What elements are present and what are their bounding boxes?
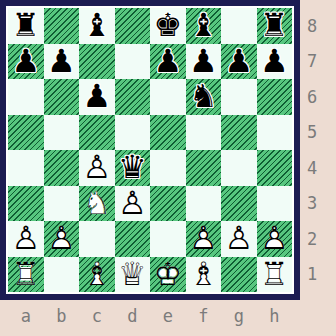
file-label-f: f bbox=[198, 306, 208, 326]
square-h5[interactable] bbox=[257, 115, 293, 151]
square-d4[interactable]: ♛ bbox=[115, 150, 151, 186]
square-e3[interactable] bbox=[150, 186, 186, 222]
square-a2[interactable]: ♟♙ bbox=[8, 221, 44, 257]
file-label-g: g bbox=[234, 306, 244, 326]
white-pawn[interactable]: ♟♙ bbox=[8, 221, 44, 257]
square-g4[interactable] bbox=[221, 150, 257, 186]
square-b3[interactable] bbox=[44, 186, 80, 222]
square-g3[interactable] bbox=[221, 186, 257, 222]
black-bishop[interactable]: ♝ bbox=[79, 8, 115, 44]
black-pawn[interactable]: ♟ bbox=[8, 44, 44, 80]
square-f2[interactable]: ♟♙ bbox=[186, 221, 222, 257]
square-c7[interactable] bbox=[79, 44, 115, 80]
square-b2[interactable]: ♟♙ bbox=[44, 221, 80, 257]
white-pawn[interactable]: ♟♙ bbox=[44, 221, 80, 257]
square-d8[interactable] bbox=[115, 8, 151, 44]
square-f7[interactable]: ♟ bbox=[186, 44, 222, 80]
square-a7[interactable]: ♟ bbox=[8, 44, 44, 80]
rank-labels: 87654321 bbox=[301, 8, 323, 292]
rank-label-3: 3 bbox=[307, 193, 317, 213]
square-c8[interactable]: ♝ bbox=[79, 8, 115, 44]
square-f1[interactable]: ♝♗ bbox=[186, 257, 222, 293]
rank-label-5: 5 bbox=[307, 122, 317, 142]
square-c6[interactable]: ♟ bbox=[79, 79, 115, 115]
black-pawn[interactable]: ♟ bbox=[44, 44, 80, 80]
square-b5[interactable] bbox=[44, 115, 80, 151]
square-f3[interactable] bbox=[186, 186, 222, 222]
file-label-a: a bbox=[21, 306, 31, 326]
file-label-c: c bbox=[92, 306, 102, 326]
square-b7[interactable]: ♟ bbox=[44, 44, 80, 80]
square-h6[interactable] bbox=[257, 79, 293, 115]
square-e6[interactable] bbox=[150, 79, 186, 115]
square-h4[interactable] bbox=[257, 150, 293, 186]
square-a5[interactable] bbox=[8, 115, 44, 151]
square-b6[interactable] bbox=[44, 79, 80, 115]
black-pawn[interactable]: ♟ bbox=[79, 79, 115, 115]
square-g2[interactable]: ♟♙ bbox=[221, 221, 257, 257]
square-h2[interactable]: ♟♙ bbox=[257, 221, 293, 257]
square-a3[interactable] bbox=[8, 186, 44, 222]
black-rook[interactable]: ♜ bbox=[257, 8, 293, 44]
file-labels: abcdefgh bbox=[8, 304, 292, 328]
board-grid: ♜♝♚♝♜♟♟♟♟♟♟♟♞♟♙♛♞♘♟♙♟♙♟♙♟♙♟♙♟♙♜♖♝♗♛♕♚♔♝♗… bbox=[8, 8, 292, 292]
square-b1[interactable] bbox=[44, 257, 80, 293]
rank-label-4: 4 bbox=[307, 158, 317, 178]
square-e5[interactable] bbox=[150, 115, 186, 151]
square-h8[interactable]: ♜ bbox=[257, 8, 293, 44]
rank-label-7: 7 bbox=[307, 51, 317, 71]
square-e8[interactable]: ♚ bbox=[150, 8, 186, 44]
square-a4[interactable] bbox=[8, 150, 44, 186]
square-c5[interactable] bbox=[79, 115, 115, 151]
square-c1[interactable]: ♝♗ bbox=[79, 257, 115, 293]
square-c3[interactable]: ♞♘ bbox=[79, 186, 115, 222]
file-label-e: e bbox=[163, 306, 173, 326]
square-b4[interactable] bbox=[44, 150, 80, 186]
square-e4[interactable] bbox=[150, 150, 186, 186]
file-label-d: d bbox=[127, 306, 137, 326]
square-d1[interactable]: ♛♕ bbox=[115, 257, 151, 293]
white-pawn[interactable]: ♟♙ bbox=[186, 221, 222, 257]
black-pawn[interactable]: ♟ bbox=[257, 44, 293, 80]
square-d6[interactable] bbox=[115, 79, 151, 115]
white-pawn[interactable]: ♟♙ bbox=[115, 186, 151, 222]
black-knight[interactable]: ♞ bbox=[186, 79, 222, 115]
white-queen[interactable]: ♛♕ bbox=[115, 257, 151, 293]
square-b8[interactable] bbox=[44, 8, 80, 44]
square-h3[interactable] bbox=[257, 186, 293, 222]
chess-board: ♜♝♚♝♜♟♟♟♟♟♟♟♞♟♙♛♞♘♟♙♟♙♟♙♟♙♟♙♟♙♜♖♝♗♛♕♚♔♝♗… bbox=[0, 0, 300, 300]
square-f6[interactable]: ♞ bbox=[186, 79, 222, 115]
square-h7[interactable]: ♟ bbox=[257, 44, 293, 80]
black-bishop[interactable]: ♝ bbox=[186, 8, 222, 44]
white-knight[interactable]: ♞♘ bbox=[79, 186, 115, 222]
square-e2[interactable] bbox=[150, 221, 186, 257]
white-pawn[interactable]: ♟♙ bbox=[257, 221, 293, 257]
rank-label-1: 1 bbox=[307, 264, 317, 284]
square-d3[interactable]: ♟♙ bbox=[115, 186, 151, 222]
black-pawn[interactable]: ♟ bbox=[221, 44, 257, 80]
black-queen[interactable]: ♛ bbox=[115, 150, 151, 186]
rank-label-2: 2 bbox=[307, 229, 317, 249]
square-c4[interactable]: ♟♙ bbox=[79, 150, 115, 186]
square-g8[interactable] bbox=[221, 8, 257, 44]
white-pawn[interactable]: ♟♙ bbox=[221, 221, 257, 257]
square-g1[interactable] bbox=[221, 257, 257, 293]
black-rook[interactable]: ♜ bbox=[8, 8, 44, 44]
square-a6[interactable] bbox=[8, 79, 44, 115]
black-king[interactable]: ♚ bbox=[150, 8, 186, 44]
square-g5[interactable] bbox=[221, 115, 257, 151]
square-h1[interactable]: ♜♖ bbox=[257, 257, 293, 293]
square-g7[interactable]: ♟ bbox=[221, 44, 257, 80]
square-d2[interactable] bbox=[115, 221, 151, 257]
rank-label-6: 6 bbox=[307, 87, 317, 107]
black-pawn[interactable]: ♟ bbox=[186, 44, 222, 80]
white-bishop[interactable]: ♝♗ bbox=[186, 257, 222, 293]
rank-label-8: 8 bbox=[307, 16, 317, 36]
white-pawn[interactable]: ♟♙ bbox=[79, 150, 115, 186]
square-e7[interactable]: ♟ bbox=[150, 44, 186, 80]
square-d5[interactable] bbox=[115, 115, 151, 151]
square-a1[interactable]: ♜♖ bbox=[8, 257, 44, 293]
square-d7[interactable] bbox=[115, 44, 151, 80]
white-rook[interactable]: ♜♖ bbox=[8, 257, 44, 293]
square-f4[interactable] bbox=[186, 150, 222, 186]
square-g6[interactable] bbox=[221, 79, 257, 115]
file-label-h: h bbox=[269, 306, 279, 326]
square-c2[interactable] bbox=[79, 221, 115, 257]
white-king[interactable]: ♚♔ bbox=[150, 257, 186, 293]
square-a8[interactable]: ♜ bbox=[8, 8, 44, 44]
square-f8[interactable]: ♝ bbox=[186, 8, 222, 44]
black-pawn[interactable]: ♟ bbox=[150, 44, 186, 80]
white-bishop[interactable]: ♝♗ bbox=[79, 257, 115, 293]
white-rook[interactable]: ♜♖ bbox=[257, 257, 293, 293]
square-f5[interactable] bbox=[186, 115, 222, 151]
square-e1[interactable]: ♚♔ bbox=[150, 257, 186, 293]
file-label-b: b bbox=[56, 306, 66, 326]
